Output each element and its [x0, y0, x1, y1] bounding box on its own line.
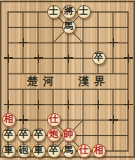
point-marker — [109, 115, 118, 124]
piece-black-general[interactable]: 將 — [62, 5, 76, 19]
point-marker — [124, 54, 133, 63]
piece-red-elephant[interactable]: 相 — [92, 144, 106, 158]
piece-black-soldier[interactable]: 卒 — [17, 128, 31, 142]
xiangqi-board: 楚河 漢界 士將士馬卒相仕卒卒卒炮帥車砲車卒馬仕相 — [0, 0, 135, 160]
point-marker — [94, 100, 103, 109]
piece-black-advisor[interactable]: 士 — [47, 5, 61, 19]
piece-red-general[interactable]: 帥 — [62, 128, 76, 142]
piece-black-soldier[interactable]: 卒 — [2, 128, 16, 142]
piece-black-soldier[interactable]: 卒 — [32, 128, 46, 142]
piece-black-chariot[interactable]: 車 — [32, 144, 46, 158]
board-grid: 士將士馬卒相仕卒卒卒炮帥車砲車卒馬仕相 — [1, 4, 135, 158]
point-marker — [124, 100, 133, 109]
piece-red-advisor[interactable]: 仕 — [47, 113, 61, 127]
piece-red-elephant[interactable]: 相 — [2, 113, 16, 127]
piece-red-cannon[interactable]: 炮 — [47, 128, 61, 142]
point-marker — [4, 54, 13, 63]
point-marker — [64, 100, 73, 109]
piece-red-advisor[interactable]: 仕 — [77, 144, 91, 158]
piece-black-soldier[interactable]: 卒 — [92, 51, 106, 65]
point-marker — [34, 54, 43, 63]
piece-black-horse[interactable]: 馬 — [62, 144, 76, 158]
point-marker — [19, 38, 28, 47]
point-marker — [19, 115, 28, 124]
piece-black-soldier[interactable]: 卒 — [47, 144, 61, 158]
point-marker — [64, 54, 73, 63]
piece-black-cannon[interactable]: 砲 — [17, 144, 31, 158]
piece-black-horse[interactable]: 馬 — [62, 20, 76, 34]
piece-black-chariot[interactable]: 車 — [2, 144, 16, 158]
point-marker — [4, 100, 13, 109]
point-marker — [109, 38, 118, 47]
point-marker — [34, 100, 43, 109]
piece-black-advisor[interactable]: 士 — [77, 5, 91, 19]
